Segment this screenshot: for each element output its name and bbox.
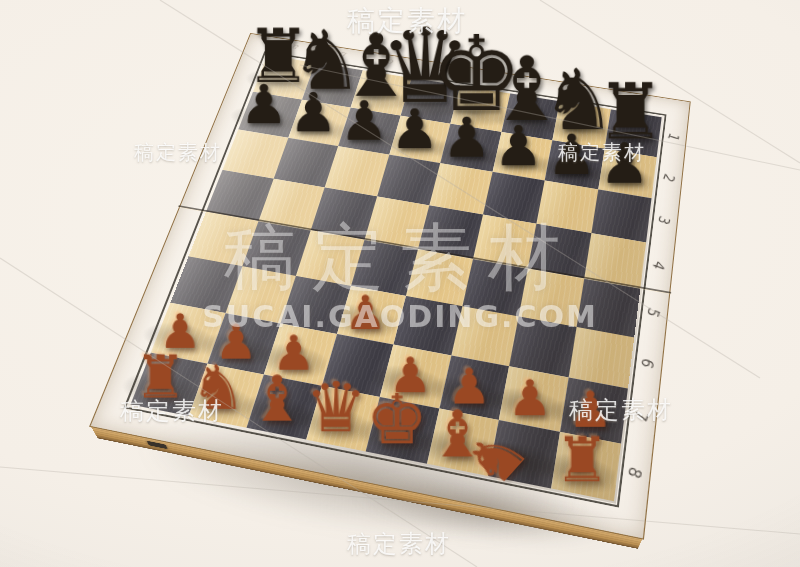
scene-3d: ♜♞♝♛♚♝♞♜♟♟♟♟♟♟♟♟♟♟♟♟♟♟♟♟♜♞♝♛♚♝♞♜ 1234567… [0, 0, 800, 567]
rank-label-3: 3 [652, 210, 675, 231]
rank-label-4: 4 [647, 254, 671, 276]
square-g4 [519, 268, 584, 326]
square-e4 [406, 249, 473, 306]
piece-white-rook-a1: ♜ [134, 348, 187, 407]
piece-white-bishop-c1: ♝ [249, 368, 306, 431]
square-b4 [242, 221, 311, 276]
board-clasp [147, 441, 168, 449]
piece-white-king-e1: ♚ [366, 385, 428, 455]
board-grid: ♜♞♝♛♚♝♞♜♟♟♟♟♟♟♟♟♟♟♟♟♟♟♟♟♜♞♝♛♚♝♞♜ [130, 55, 661, 501]
square-f5 [473, 214, 537, 268]
square-e5 [418, 205, 483, 259]
square-g7: ♟ [545, 140, 605, 189]
piece-black-pawn-a7: ♟ [240, 78, 288, 132]
piece-white-rook-h1: ♜ [555, 430, 610, 492]
rank-label-5: 5 [641, 301, 665, 324]
square-f7: ♟ [492, 132, 552, 181]
chessboard: ♜♞♝♛♚♝♞♜♟♟♟♟♟♟♟♟♟♟♟♟♟♟♟♟♜♞♝♛♚♝♞♜ 1234567… [89, 33, 691, 540]
rank-label-7: 7 [628, 403, 654, 429]
piece-black-pawn-d7: ♟ [390, 102, 439, 157]
square-h6 [591, 189, 652, 242]
piece-black-pawn-e7: ♟ [442, 110, 491, 165]
photo-stage: ♜♞♝♛♚♝♞♜♟♟♟♟♟♟♟♟♟♟♟♟♟♟♟♟♜♞♝♛♚♝♞♜ 1234567… [0, 0, 800, 567]
piece-black-pawn-b7: ♟ [289, 86, 338, 140]
piece-black-pawn-h7: ♟ [600, 135, 650, 191]
rank-label-1: 1 [663, 128, 685, 147]
piece-white-queen-d1: ♛ [305, 373, 367, 442]
square-h4 [576, 278, 640, 337]
piece-white-pawn-g2: ♟ [507, 373, 552, 423]
piece-black-pawn-c7: ♟ [340, 94, 389, 149]
piece-white-pawn-d3: ♟ [344, 289, 386, 336]
square-h1: ♜ [551, 431, 622, 501]
piece-white-knight-b1: ♞ [191, 357, 246, 419]
piece-black-pawn-g7: ♟ [547, 127, 597, 183]
square-e6 [429, 163, 492, 214]
square-h7: ♟ [598, 148, 657, 198]
square-g6 [536, 181, 597, 233]
rank-label-8: 8 [622, 459, 649, 486]
rank-label-6: 6 [635, 351, 660, 375]
rank-label-2: 2 [658, 168, 680, 188]
piece-black-pawn-f7: ♟ [494, 118, 544, 173]
